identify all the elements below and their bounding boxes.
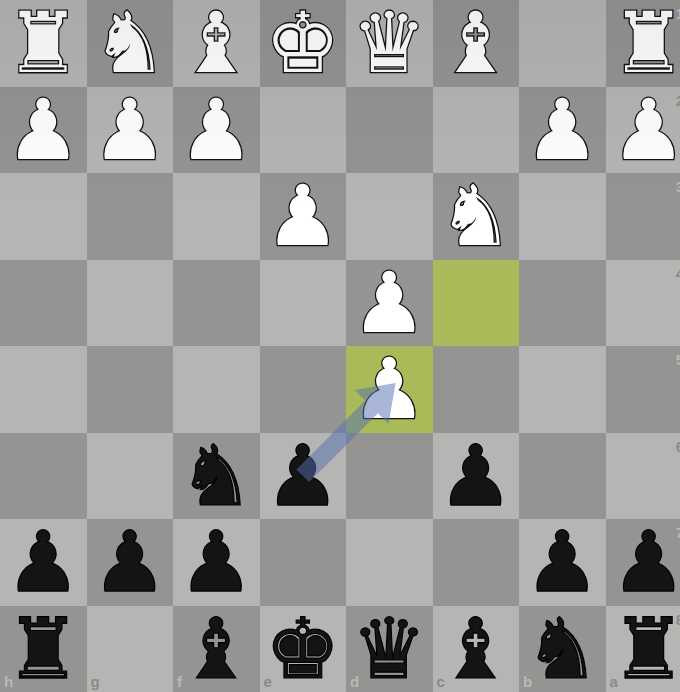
square-h1[interactable]: ♜: [0, 0, 87, 87]
white-pawn-a2[interactable]: ♟: [606, 87, 680, 174]
black-pawn-c6[interactable]: ♟: [433, 433, 520, 520]
square-b4[interactable]: [519, 260, 606, 347]
square-f2[interactable]: ♟: [173, 87, 260, 174]
square-b7[interactable]: ♟: [519, 519, 606, 606]
white-king-e1[interactable]: ♚: [260, 0, 347, 87]
square-f7[interactable]: ♟: [173, 519, 260, 606]
square-f5[interactable]: [173, 346, 260, 433]
square-d8[interactable]: ♛d: [346, 606, 433, 692]
square-g4[interactable]: [87, 260, 174, 347]
black-pawn-f7[interactable]: ♟: [173, 519, 260, 606]
square-h6[interactable]: [0, 433, 87, 520]
square-b5[interactable]: [519, 346, 606, 433]
white-rook-a1[interactable]: ♜: [606, 0, 680, 87]
black-pawn-a7[interactable]: ♟: [606, 519, 680, 606]
square-a6[interactable]: 6: [606, 433, 680, 520]
square-e7[interactable]: [260, 519, 347, 606]
black-bishop-f8[interactable]: ♝: [173, 606, 260, 692]
square-b2[interactable]: ♟: [519, 87, 606, 174]
square-e5[interactable]: [260, 346, 347, 433]
white-pawn-g2[interactable]: ♟: [87, 87, 174, 174]
square-e1[interactable]: ♚: [260, 0, 347, 87]
square-h2[interactable]: ♟: [0, 87, 87, 174]
square-c8[interactable]: ♝c: [433, 606, 520, 692]
square-b1[interactable]: [519, 0, 606, 87]
black-queen-d8[interactable]: ♛: [346, 606, 433, 692]
square-g6[interactable]: [87, 433, 174, 520]
square-d4[interactable]: ♟: [346, 260, 433, 347]
square-c2[interactable]: [433, 87, 520, 174]
file-label-g: g: [91, 673, 100, 690]
square-c5[interactable]: [433, 346, 520, 433]
square-a8[interactable]: ♜8a: [606, 606, 680, 692]
white-bishop-f1[interactable]: ♝: [173, 0, 260, 87]
rank-label-3: 3: [676, 178, 680, 195]
square-f6[interactable]: ♞: [173, 433, 260, 520]
square-g2[interactable]: ♟: [87, 87, 174, 174]
black-king-e8[interactable]: ♚: [260, 606, 347, 692]
black-rook-h8[interactable]: ♜: [0, 606, 87, 692]
rank-label-6: 6: [676, 438, 680, 455]
square-b8[interactable]: ♞b: [519, 606, 606, 692]
black-knight-b8[interactable]: ♞: [519, 606, 606, 692]
square-a5[interactable]: 5: [606, 346, 680, 433]
square-e6[interactable]: ♟: [260, 433, 347, 520]
square-f1[interactable]: ♝: [173, 0, 260, 87]
black-bishop-c8[interactable]: ♝: [433, 606, 520, 692]
white-pawn-d4[interactable]: ♟: [346, 260, 433, 347]
black-pawn-g7[interactable]: ♟: [87, 519, 174, 606]
white-pawn-b2[interactable]: ♟: [519, 87, 606, 174]
square-e4[interactable]: [260, 260, 347, 347]
square-g3[interactable]: [87, 173, 174, 260]
square-d3[interactable]: [346, 173, 433, 260]
white-knight-c3[interactable]: ♞: [433, 173, 520, 260]
square-h5[interactable]: [0, 346, 87, 433]
square-d5[interactable]: ♟: [346, 346, 433, 433]
white-pawn-h2[interactable]: ♟: [0, 87, 87, 174]
square-c6[interactable]: ♟: [433, 433, 520, 520]
square-h4[interactable]: [0, 260, 87, 347]
square-c1[interactable]: ♝: [433, 0, 520, 87]
square-g8[interactable]: g: [87, 606, 174, 692]
black-knight-f6[interactable]: ♞: [173, 433, 260, 520]
square-h7[interactable]: ♟: [0, 519, 87, 606]
square-c4[interactable]: [433, 260, 520, 347]
square-a1[interactable]: ♜1: [606, 0, 680, 87]
square-d2[interactable]: [346, 87, 433, 174]
square-g1[interactable]: ♞: [87, 0, 174, 87]
chess-board: ♜♞♝♚♛♝♜1♟♟♟♟♟2♟♞3♟4♟5♞♟♟6♟♟♟♟♟7♜hg♝f♚e♛d…: [0, 0, 680, 692]
white-knight-g1[interactable]: ♞: [87, 0, 174, 87]
square-d7[interactable]: [346, 519, 433, 606]
square-e3[interactable]: ♟: [260, 173, 347, 260]
square-g7[interactable]: ♟: [87, 519, 174, 606]
white-queen-d1[interactable]: ♛: [346, 0, 433, 87]
square-h3[interactable]: [0, 173, 87, 260]
black-rook-a8[interactable]: ♜: [606, 606, 680, 692]
black-pawn-b7[interactable]: ♟: [519, 519, 606, 606]
square-b6[interactable]: [519, 433, 606, 520]
square-g5[interactable]: [87, 346, 174, 433]
square-f8[interactable]: ♝f: [173, 606, 260, 692]
chess-board-viewport: ♜♞♝♚♛♝♜1♟♟♟♟♟2♟♞3♟4♟5♞♟♟6♟♟♟♟♟7♜hg♝f♚e♛d…: [0, 0, 680, 692]
square-a4[interactable]: 4: [606, 260, 680, 347]
white-rook-h1[interactable]: ♜: [0, 0, 87, 87]
white-pawn-f2[interactable]: ♟: [173, 87, 260, 174]
black-pawn-h7[interactable]: ♟: [0, 519, 87, 606]
black-pawn-e6[interactable]: ♟: [260, 433, 347, 520]
square-c7[interactable]: [433, 519, 520, 606]
square-a7[interactable]: ♟7: [606, 519, 680, 606]
white-bishop-c1[interactable]: ♝: [433, 0, 520, 87]
rank-label-5: 5: [676, 351, 680, 368]
square-d6[interactable]: [346, 433, 433, 520]
square-h8[interactable]: ♜h: [0, 606, 87, 692]
square-f3[interactable]: [173, 173, 260, 260]
square-c3[interactable]: ♞: [433, 173, 520, 260]
square-d1[interactable]: ♛: [346, 0, 433, 87]
rank-label-4: 4: [676, 265, 680, 282]
square-b3[interactable]: [519, 173, 606, 260]
square-e2[interactable]: [260, 87, 347, 174]
square-f4[interactable]: [173, 260, 260, 347]
square-a3[interactable]: 3: [606, 173, 680, 260]
square-e8[interactable]: ♚e: [260, 606, 347, 692]
white-pawn-e3[interactable]: ♟: [260, 173, 347, 260]
square-a2[interactable]: ♟2: [606, 87, 680, 174]
white-pawn-d5[interactable]: ♟: [346, 346, 433, 433]
